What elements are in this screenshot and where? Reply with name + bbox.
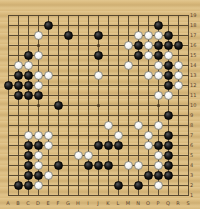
- black-stone-Q7: [164, 131, 173, 140]
- white-stone-P8: [154, 121, 163, 130]
- black-stone-B2: [14, 181, 23, 190]
- black-stone-N16: [134, 41, 143, 50]
- white-stone-M4: [124, 161, 133, 170]
- black-stone-Q6: [164, 141, 173, 150]
- hoshi-J16: [97, 44, 100, 47]
- row-label-7: 7: [190, 133, 200, 138]
- row-label-17: 17: [190, 33, 200, 38]
- col-label-M: M: [123, 200, 133, 207]
- white-stone-D15: [34, 51, 43, 60]
- white-stone-P4: [154, 161, 163, 170]
- black-stone-J15: [94, 51, 103, 60]
- col-label-B: B: [13, 200, 23, 207]
- row-label-13: 13: [190, 73, 200, 78]
- row-label-14: 14: [190, 63, 200, 68]
- black-stone-Q17: [164, 31, 173, 40]
- black-stone-B13: [14, 71, 23, 80]
- col-label-I: I: [83, 200, 93, 207]
- hoshi-D16: [37, 44, 40, 47]
- white-stone-J13: [94, 71, 103, 80]
- col-label-N: N: [133, 200, 143, 207]
- black-stone-E18: [44, 21, 53, 30]
- black-stone-N15: [134, 51, 143, 60]
- white-stone-N4: [134, 161, 143, 170]
- white-stone-B14: [14, 61, 23, 70]
- col-label-E: E: [43, 200, 53, 207]
- hoshi-P10: [157, 104, 160, 107]
- hoshi-J10: [97, 104, 100, 107]
- white-stone-C7: [24, 131, 33, 140]
- row-label-6: 6: [190, 143, 200, 148]
- white-stone-P11: [154, 91, 163, 100]
- white-stone-M16: [124, 41, 133, 50]
- white-stone-L7: [114, 131, 123, 140]
- white-stone-E13: [44, 71, 53, 80]
- black-stone-J4: [94, 161, 103, 170]
- black-stone-D6: [34, 141, 43, 150]
- col-label-S: S: [183, 200, 193, 207]
- row-label-4: 4: [190, 163, 200, 168]
- black-stone-O3: [144, 171, 153, 180]
- white-stone-I5: [84, 151, 93, 160]
- row-label-9: 9: [190, 113, 200, 118]
- black-stone-B12: [14, 81, 23, 90]
- row-label-11: 11: [190, 93, 200, 98]
- col-label-Q: Q: [163, 200, 173, 207]
- go-app-window: 19181716151413121110987654321 ABCDEFGHIJ…: [0, 0, 200, 209]
- white-stone-D17: [34, 31, 43, 40]
- white-stone-O7: [144, 131, 153, 140]
- black-stone-C2: [24, 181, 33, 190]
- black-stone-P16: [154, 41, 163, 50]
- white-stone-P5: [154, 151, 163, 160]
- black-stone-C11: [24, 91, 33, 100]
- black-stone-C12: [24, 81, 33, 90]
- row-label-12: 12: [190, 83, 200, 88]
- white-stone-O16: [144, 41, 153, 50]
- white-stone-P14: [154, 61, 163, 70]
- white-stone-D2: [34, 181, 43, 190]
- black-stone-C6: [24, 141, 33, 150]
- black-stone-A12: [4, 81, 13, 90]
- black-stone-J6: [94, 141, 103, 150]
- go-board[interactable]: 19181716151413121110987654321 ABCDEFGHIJ…: [0, 0, 200, 209]
- col-label-A: A: [3, 200, 13, 207]
- col-label-H: H: [73, 200, 83, 207]
- black-stone-L6: [114, 141, 123, 150]
- black-stone-C3: [24, 171, 33, 180]
- black-stone-C15: [24, 51, 33, 60]
- black-stone-C4: [24, 161, 33, 170]
- row-label-19: 19: [190, 13, 200, 18]
- black-stone-P3: [154, 171, 163, 180]
- black-stone-C5: [24, 151, 33, 160]
- black-stone-D3: [34, 171, 43, 180]
- white-stone-E7: [44, 131, 53, 140]
- white-stone-R14: [174, 61, 183, 70]
- black-stone-B11: [14, 91, 23, 100]
- white-stone-H5: [74, 151, 83, 160]
- black-stone-P18: [154, 21, 163, 30]
- row-label-18: 18: [190, 23, 200, 28]
- hoshi-D10: [37, 104, 40, 107]
- black-stone-C13: [24, 71, 33, 80]
- white-stone-Q11: [164, 91, 173, 100]
- col-label-L: L: [113, 200, 123, 207]
- row-label-15: 15: [190, 53, 200, 58]
- row-label-8: 8: [190, 123, 200, 128]
- white-stone-D12: [34, 81, 43, 90]
- black-stone-F4: [54, 161, 63, 170]
- row-label-10: 10: [190, 103, 200, 108]
- col-label-O: O: [143, 200, 153, 207]
- black-stone-Q16: [164, 41, 173, 50]
- white-stone-C14: [24, 61, 33, 70]
- black-stone-K4: [104, 161, 113, 170]
- white-stone-K8: [104, 121, 113, 130]
- black-stone-Q9: [164, 111, 173, 120]
- white-stone-M14: [124, 61, 133, 70]
- black-stone-F10: [54, 101, 63, 110]
- row-label-3: 3: [190, 173, 200, 178]
- black-stone-K6: [104, 141, 113, 150]
- white-stone-N8: [134, 121, 143, 130]
- white-stone-P17: [154, 31, 163, 40]
- col-label-P: P: [153, 200, 163, 207]
- black-stone-J17: [94, 31, 103, 40]
- col-label-K: K: [103, 200, 113, 207]
- white-stone-O6: [144, 141, 153, 150]
- white-stone-D13: [34, 71, 43, 80]
- white-stone-O13: [144, 71, 153, 80]
- black-stone-P6: [154, 141, 163, 150]
- black-stone-G17: [64, 31, 73, 40]
- black-stone-Q14: [164, 61, 173, 70]
- col-label-F: F: [53, 200, 63, 207]
- black-stone-R16: [174, 41, 183, 50]
- white-stone-R12: [174, 81, 183, 90]
- white-stone-D7: [34, 131, 43, 140]
- white-stone-O15: [144, 51, 153, 60]
- black-stone-Q5: [164, 151, 173, 160]
- white-stone-E3: [44, 171, 53, 180]
- white-stone-P13: [154, 71, 163, 80]
- white-stone-D4: [34, 161, 43, 170]
- row-label-16: 16: [190, 43, 200, 48]
- black-stone-Q4: [164, 161, 173, 170]
- row-label-1: 1: [190, 193, 200, 198]
- white-stone-O17: [144, 31, 153, 40]
- white-stone-E6: [44, 141, 53, 150]
- row-label-5: 5: [190, 153, 200, 158]
- col-label-D: D: [33, 200, 43, 207]
- black-stone-P15: [154, 51, 163, 60]
- black-stone-Q3: [164, 171, 173, 180]
- black-stone-N2: [134, 181, 143, 190]
- white-stone-R13: [174, 71, 183, 80]
- row-label-2: 2: [190, 183, 200, 188]
- black-stone-Q12: [164, 81, 173, 90]
- black-stone-I4: [84, 161, 93, 170]
- col-label-R: R: [173, 200, 183, 207]
- white-stone-N17: [134, 31, 143, 40]
- white-stone-Q15: [164, 51, 173, 60]
- white-stone-D5: [34, 151, 43, 160]
- white-stone-P2: [154, 181, 163, 190]
- col-label-J: J: [93, 200, 103, 207]
- black-stone-D11: [34, 91, 43, 100]
- col-label-C: C: [23, 200, 33, 207]
- col-label-G: G: [63, 200, 73, 207]
- black-stone-Q13: [164, 71, 173, 80]
- black-stone-L2: [114, 181, 123, 190]
